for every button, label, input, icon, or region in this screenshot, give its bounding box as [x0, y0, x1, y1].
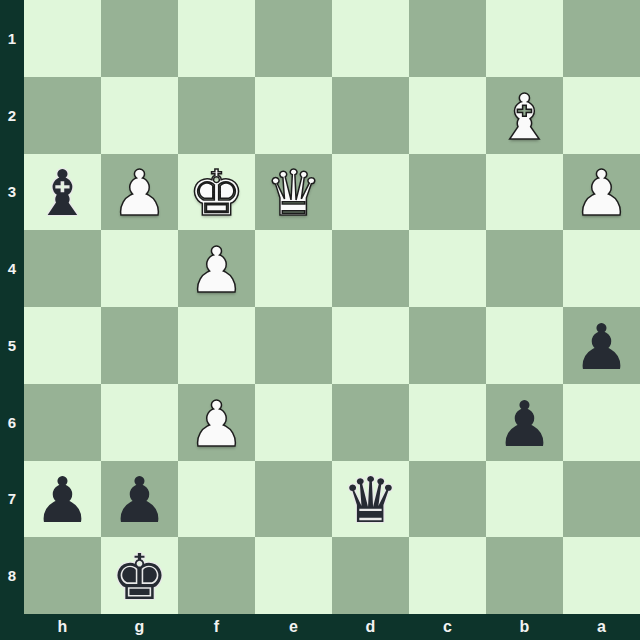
square-f6[interactable]: ♟ — [178, 384, 255, 461]
square-b1[interactable] — [486, 0, 563, 77]
square-b5[interactable] — [486, 307, 563, 384]
rank-label-5: 5 — [0, 307, 24, 384]
square-d2[interactable] — [332, 77, 409, 154]
rank-label-4: 4 — [0, 230, 24, 307]
square-f1[interactable] — [178, 0, 255, 77]
rank-label-8: 8 — [0, 537, 24, 614]
rank-label-3: 3 — [0, 154, 24, 231]
file-label-g: g — [101, 614, 178, 640]
file-label-f: f — [178, 614, 255, 640]
board: ♝♝♟♚♛♟♟♟♟♟♟♟♛♚ — [24, 0, 640, 614]
rank-labels: 12345678 — [0, 0, 24, 614]
file-labels: hgfedcba — [24, 614, 640, 640]
rank-label-6: 6 — [0, 384, 24, 461]
square-e3[interactable]: ♛ — [255, 154, 332, 231]
black-pawn-h7[interactable]: ♟ — [34, 469, 90, 532]
square-f5[interactable] — [178, 307, 255, 384]
black-pawn-b6[interactable]: ♟ — [496, 393, 552, 456]
square-c7[interactable] — [409, 461, 486, 538]
square-d4[interactable] — [332, 230, 409, 307]
square-h1[interactable] — [24, 0, 101, 77]
square-g6[interactable] — [101, 384, 178, 461]
square-d5[interactable] — [332, 307, 409, 384]
square-e4[interactable] — [255, 230, 332, 307]
square-h7[interactable]: ♟ — [24, 461, 101, 538]
square-d7[interactable]: ♛ — [332, 461, 409, 538]
square-g4[interactable] — [101, 230, 178, 307]
square-h3[interactable]: ♝ — [24, 154, 101, 231]
black-bishop-h3[interactable]: ♝ — [34, 162, 90, 225]
square-e7[interactable] — [255, 461, 332, 538]
square-f2[interactable] — [178, 77, 255, 154]
square-c1[interactable] — [409, 0, 486, 77]
square-g8[interactable]: ♚ — [101, 537, 178, 614]
white-king-f3[interactable]: ♚ — [188, 162, 244, 225]
square-a1[interactable] — [563, 0, 640, 77]
square-d8[interactable] — [332, 537, 409, 614]
square-c3[interactable] — [409, 154, 486, 231]
square-g1[interactable] — [101, 0, 178, 77]
square-a2[interactable] — [563, 77, 640, 154]
white-pawn-g3[interactable]: ♟ — [111, 162, 167, 225]
file-label-a: a — [563, 614, 640, 640]
chessboard-frame: 12345678 ♝♝♟♚♛♟♟♟♟♟♟♟♛♚ hgfedcba — [0, 0, 640, 640]
white-pawn-f6[interactable]: ♟ — [188, 393, 244, 456]
square-b8[interactable] — [486, 537, 563, 614]
black-king-g8[interactable]: ♚ — [111, 546, 167, 609]
black-queen-d7[interactable]: ♛ — [342, 469, 398, 532]
square-a8[interactable] — [563, 537, 640, 614]
square-a5[interactable]: ♟ — [563, 307, 640, 384]
square-h8[interactable] — [24, 537, 101, 614]
white-pawn-f4[interactable]: ♟ — [188, 239, 244, 302]
white-pawn-a3[interactable]: ♟ — [573, 162, 629, 225]
square-g3[interactable]: ♟ — [101, 154, 178, 231]
black-pawn-a5[interactable]: ♟ — [573, 316, 629, 379]
square-a6[interactable] — [563, 384, 640, 461]
file-label-h: h — [24, 614, 101, 640]
rank-label-2: 2 — [0, 77, 24, 154]
square-d1[interactable] — [332, 0, 409, 77]
square-f4[interactable]: ♟ — [178, 230, 255, 307]
square-g7[interactable]: ♟ — [101, 461, 178, 538]
white-queen-e3[interactable]: ♛ — [265, 162, 321, 225]
square-a4[interactable] — [563, 230, 640, 307]
black-pawn-g7[interactable]: ♟ — [111, 469, 167, 532]
square-g5[interactable] — [101, 307, 178, 384]
square-h5[interactable] — [24, 307, 101, 384]
square-c5[interactable] — [409, 307, 486, 384]
square-a3[interactable]: ♟ — [563, 154, 640, 231]
square-h6[interactable] — [24, 384, 101, 461]
square-d3[interactable] — [332, 154, 409, 231]
square-b7[interactable] — [486, 461, 563, 538]
square-c8[interactable] — [409, 537, 486, 614]
square-e1[interactable] — [255, 0, 332, 77]
square-c2[interactable] — [409, 77, 486, 154]
file-label-e: e — [255, 614, 332, 640]
rank-label-1: 1 — [0, 0, 24, 77]
square-c4[interactable] — [409, 230, 486, 307]
square-b2[interactable]: ♝ — [486, 77, 563, 154]
square-f8[interactable] — [178, 537, 255, 614]
square-h4[interactable] — [24, 230, 101, 307]
square-e6[interactable] — [255, 384, 332, 461]
square-h2[interactable] — [24, 77, 101, 154]
square-f7[interactable] — [178, 461, 255, 538]
square-d6[interactable] — [332, 384, 409, 461]
file-label-b: b — [486, 614, 563, 640]
square-a7[interactable] — [563, 461, 640, 538]
square-e8[interactable] — [255, 537, 332, 614]
white-bishop-b2[interactable]: ♝ — [496, 86, 552, 149]
square-g2[interactable] — [101, 77, 178, 154]
square-f3[interactable]: ♚ — [178, 154, 255, 231]
file-label-d: d — [332, 614, 409, 640]
square-e5[interactable] — [255, 307, 332, 384]
file-label-c: c — [409, 614, 486, 640]
square-b6[interactable]: ♟ — [486, 384, 563, 461]
square-e2[interactable] — [255, 77, 332, 154]
rank-label-7: 7 — [0, 461, 24, 538]
square-b3[interactable] — [486, 154, 563, 231]
square-b4[interactable] — [486, 230, 563, 307]
square-c6[interactable] — [409, 384, 486, 461]
